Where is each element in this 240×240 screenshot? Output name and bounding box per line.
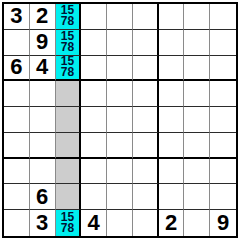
cell-r4c2[interactable] [30, 81, 56, 107]
cell-r3c5[interactable] [107, 56, 133, 82]
cell-r4c1[interactable] [4, 81, 30, 107]
cell-r8c3[interactable] [56, 184, 82, 210]
cell-r3c3[interactable]: 1578 [56, 56, 82, 82]
cell-r6c7[interactable] [159, 133, 185, 159]
cell-r6c6[interactable] [133, 133, 159, 159]
cell-r6c8[interactable] [184, 133, 210, 159]
cell-r8c4[interactable] [81, 184, 107, 210]
cell-r8c1[interactable] [4, 184, 30, 210]
cell-r9c1[interactable] [4, 210, 30, 236]
cell-r4c5[interactable] [107, 81, 133, 107]
cell-r9c2[interactable]: 3 [30, 210, 56, 236]
cell-r9c4[interactable]: 4 [81, 210, 107, 236]
cell-r3c7[interactable] [159, 56, 185, 82]
cell-r8c2[interactable]: 6 [30, 184, 56, 210]
cell-r4c3[interactable] [56, 81, 82, 107]
cell-r1c2[interactable]: 2 [30, 4, 56, 30]
pencil-marks: 78 [61, 67, 74, 78]
cell-r2c4[interactable] [81, 30, 107, 56]
cell-r8c5[interactable] [107, 184, 133, 210]
cell-r5c2[interactable] [30, 107, 56, 133]
cell-r2c9[interactable] [210, 30, 236, 56]
cell-r3c8[interactable] [184, 56, 210, 82]
cell-r1c5[interactable] [107, 4, 133, 30]
cell-r9c8[interactable] [184, 210, 210, 236]
cell-r7c8[interactable] [184, 159, 210, 185]
cell-r7c4[interactable] [81, 159, 107, 185]
cell-r6c5[interactable] [107, 133, 133, 159]
cell-r8c6[interactable] [133, 184, 159, 210]
cell-r5c6[interactable] [133, 107, 159, 133]
cell-r9c3[interactable]: 1578 [56, 210, 82, 236]
cell-r3c6[interactable] [133, 56, 159, 82]
cell-r7c2[interactable] [30, 159, 56, 185]
cell-r2c3[interactable]: 1578 [56, 30, 82, 56]
cell-r3c1[interactable]: 6 [4, 56, 30, 82]
cell-r3c9[interactable] [210, 56, 236, 82]
pencil-marks: 78 [61, 16, 74, 27]
cell-r1c3[interactable]: 1578 [56, 4, 82, 30]
cell-r8c8[interactable] [184, 184, 210, 210]
cell-r8c9[interactable] [210, 184, 236, 210]
cell-r7c3[interactable] [56, 159, 82, 185]
cell-r9c9[interactable]: 9 [210, 210, 236, 236]
cell-r6c9[interactable] [210, 133, 236, 159]
cell-r6c2[interactable] [30, 133, 56, 159]
cell-r4c6[interactable] [133, 81, 159, 107]
pencil-marks: 78 [61, 42, 74, 53]
cell-r5c4[interactable] [81, 107, 107, 133]
cell-r7c1[interactable] [4, 159, 30, 185]
pencil-marks: 78 [61, 223, 74, 234]
cell-r6c4[interactable] [81, 133, 107, 159]
cell-r2c7[interactable] [159, 30, 185, 56]
cell-r3c4[interactable] [81, 56, 107, 82]
cell-r9c5[interactable] [107, 210, 133, 236]
cell-r5c9[interactable] [210, 107, 236, 133]
cell-r7c5[interactable] [107, 159, 133, 185]
cell-r1c8[interactable] [184, 4, 210, 30]
cell-r9c7[interactable]: 2 [159, 210, 185, 236]
cell-r7c7[interactable] [159, 159, 185, 185]
cell-r9c6[interactable] [133, 210, 159, 236]
cell-r1c1[interactable]: 3 [4, 4, 30, 30]
cell-r5c7[interactable] [159, 107, 185, 133]
cell-r5c3[interactable] [56, 107, 82, 133]
cell-r1c9[interactable] [210, 4, 236, 30]
cell-r7c6[interactable] [133, 159, 159, 185]
cell-r8c7[interactable] [159, 184, 185, 210]
cell-r2c2[interactable]: 9 [30, 30, 56, 56]
cell-r2c8[interactable] [184, 30, 210, 56]
cell-r5c1[interactable] [4, 107, 30, 133]
sudoku-board: 32157891578641578631578429 [2, 2, 238, 238]
cell-r5c8[interactable] [184, 107, 210, 133]
cell-r3c2[interactable]: 4 [30, 56, 56, 82]
cell-r4c4[interactable] [81, 81, 107, 107]
cell-r4c7[interactable] [159, 81, 185, 107]
cell-r2c1[interactable] [4, 30, 30, 56]
cell-r1c6[interactable] [133, 4, 159, 30]
cell-r2c5[interactable] [107, 30, 133, 56]
cell-r4c8[interactable] [184, 81, 210, 107]
cell-r5c5[interactable] [107, 107, 133, 133]
cell-r1c7[interactable] [159, 4, 185, 30]
cell-r4c9[interactable] [210, 81, 236, 107]
cell-r6c3[interactable] [56, 133, 82, 159]
cell-r1c4[interactable] [81, 4, 107, 30]
cell-r7c9[interactable] [210, 159, 236, 185]
cell-r6c1[interactable] [4, 133, 30, 159]
cell-r2c6[interactable] [133, 30, 159, 56]
